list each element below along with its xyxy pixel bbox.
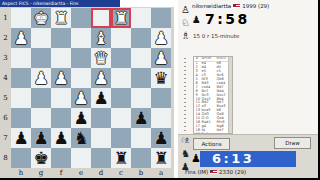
square-g6[interactable] [31,108,51,128]
square-a6[interactable] [151,108,171,128]
black-king: ♚ [33,148,48,168]
square-h5[interactable] [11,88,31,108]
square-a5[interactable] [151,88,171,108]
rank-label-7: 7 [0,128,11,148]
square-f6[interactable] [51,108,71,128]
tick-ruler [184,58,186,134]
square-f2[interactable] [51,28,71,48]
square-e4[interactable] [71,68,91,88]
move-rows: #whiteblack1e4e62d4d53e5c54c3Nc65Nf3Qb66… [194,57,232,134]
rank-label-6: 6 [0,108,11,128]
move-cell: Rc1 [202,133,217,134]
window-title: Aspect FICS - nikenwidiartta - Fins [2,1,78,6]
black-pawn: ♟ [73,108,88,128]
black-knight: ♞ [73,128,88,148]
top-player-rating: 1999 (29) [242,3,269,9]
square-c6[interactable] [111,108,131,128]
white-rook: ♜ [53,8,68,28]
white-pawn: ♟ [93,68,108,88]
file-label-h: h [11,168,31,178]
square-h2[interactable]: ♟ [11,28,31,48]
square-a7[interactable]: ♟ [151,128,171,148]
square-f1[interactable]: ♜ [51,8,71,28]
white-pawn: ♟ [53,68,68,88]
top-clock-time: 7:58 [205,11,250,27]
file-label-b: b [131,168,151,178]
square-e8[interactable] [71,148,91,168]
square-h1[interactable] [11,8,31,28]
square-g8[interactable]: ♚ [31,148,51,168]
black-queen: ♛ [153,68,168,88]
black-pawn: ♟ [53,128,68,148]
rank-label-5: 5 [0,88,11,108]
board-window: Aspect FICS - nikenwidiartta - Fins 1234… [0,0,174,178]
square-e3[interactable] [71,48,91,68]
square-d5[interactable]: ♟ [91,88,111,108]
square-b8[interactable] [131,148,151,168]
square-d7[interactable] [91,128,111,148]
white-king: ♚ [33,8,48,28]
move-row: 19Rc1 [194,133,232,134]
move-cell: 19 [196,133,202,134]
pawn-icon: ♟ [192,14,201,25]
square-e1[interactable] [71,8,91,28]
file-label-f: f [51,168,71,178]
square-e6[interactable]: ♟ [71,108,91,128]
info-panel: ♙♘♗ ♘♗♞♟ nikenwidiartta 1999 (29) ♟ 7:58… [178,0,318,178]
square-b4[interactable] [131,68,151,88]
square-b5[interactable] [131,88,151,108]
us-flag-icon [233,4,240,8]
square-h7[interactable]: ♟ [11,128,31,148]
draw-button[interactable]: Draw [274,137,311,149]
square-g4[interactable]: ♟ [31,68,51,88]
captured-piece-icon: ♘♗ [180,134,190,147]
square-g5[interactable] [31,88,51,108]
top-player-name: nikenwidiartta [192,3,231,9]
rank-label-8: 8 [0,148,11,168]
time-control-label: 15 0 r 15-minute [193,33,239,39]
file-label-c: c [111,168,131,178]
square-b3[interactable] [131,48,151,68]
white-pawn: ♟ [73,88,88,108]
square-c5[interactable] [111,88,131,108]
bottom-player-name: Fins (IM) [185,169,208,175]
captured-piece-icon: ♗ [181,29,190,42]
black-pawn: ♟ [93,88,108,108]
rank-label-3: 3 [0,48,11,68]
titlebar-spacer [120,0,174,7]
white-pawn: ♟ [153,28,168,48]
captured-pieces-top: ♙♘♗ [179,3,192,42]
black-pawn: ♟ [13,128,28,148]
square-c3[interactable] [111,48,131,68]
square-h6[interactable] [11,108,31,128]
square-e2[interactable] [71,28,91,48]
square-a8[interactable]: ♜ [151,148,171,168]
captured-piece-icon: ♙ [181,3,190,16]
square-d4[interactable]: ♟ [91,68,111,88]
square-f4[interactable]: ♟ [51,68,71,88]
square-d8[interactable] [91,148,111,168]
black-rook: ♜ [153,148,168,168]
rank-labels: 12345678 [0,8,11,168]
square-e5[interactable]: ♟ [71,88,91,108]
actions-button[interactable]: Actions [193,138,230,150]
square-b7[interactable] [131,128,151,148]
square-f7[interactable]: ♟ [51,128,71,148]
us-flag-icon [210,170,217,174]
move-list-scrollbar[interactable] [228,57,232,133]
top-player-line: nikenwidiartta 1999 (29) [192,3,269,9]
file-label-e: e [71,168,91,178]
square-g3[interactable] [31,48,51,68]
square-a4[interactable]: ♛ [151,68,171,88]
square-d1[interactable] [91,8,111,28]
square-d6[interactable] [91,108,111,128]
white-pawn: ♟ [153,48,168,68]
black-pawn: ♟ [153,128,168,148]
square-h8[interactable] [11,148,31,168]
rank-label-2: 2 [0,28,11,48]
square-f5[interactable] [51,88,71,108]
square-c8[interactable]: ♜ [111,148,131,168]
top-player-clock: ♟ 7:58 [192,11,250,27]
file-labels: hgfedcba [11,168,171,178]
move-cell [217,133,231,134]
move-list[interactable]: #whiteblack1e4e62d4d53e5c54c3Nc65Nf3Qb66… [193,56,233,134]
square-a3[interactable]: ♟ [151,48,171,68]
captured-piece-icon: ♘ [181,16,190,29]
file-label-d: d [91,168,111,178]
square-g1[interactable]: ♚ [31,8,51,28]
square-f3[interactable] [51,48,71,68]
square-c1[interactable]: ♜ [111,8,131,28]
bottom-player-clock-active: 6:13 [200,151,296,167]
captured-piece-icon: ♞ [181,147,190,160]
bottom-player-line: Fins (IM) 2330 (29) [185,169,246,175]
board: ♚♜♜♟♝♟♛♟♟♟♟♛♟♟♟♟♟♟♟♞♟♚♜♜ [11,8,171,168]
white-bishop: ♝ [93,28,108,48]
square-d2[interactable]: ♝ [91,28,111,48]
square-a2[interactable]: ♟ [151,28,171,48]
white-pawn: ♟ [13,28,28,48]
square-a1[interactable] [151,8,171,28]
bottom-player-rating: 2330 (29) [219,169,246,175]
square-c4[interactable] [111,68,131,88]
square-b1[interactable] [131,8,151,28]
square-h3[interactable] [11,48,31,68]
square-c2[interactable] [111,28,131,48]
file-label-g: g [31,168,51,178]
square-c7[interactable] [111,128,131,148]
window-titlebar[interactable]: Aspect FICS - nikenwidiartta - Fins [0,0,120,7]
square-f8[interactable] [51,148,71,168]
black-pawn: ♟ [133,108,148,128]
square-b2[interactable] [131,28,151,48]
square-g2[interactable] [31,28,51,48]
file-label-a: a [151,168,171,178]
white-queen: ♛ [93,48,108,68]
rank-label-1: 1 [0,8,11,28]
black-rook: ♜ [113,148,128,168]
white-rook: ♜ [113,8,128,28]
rank-label-4: 4 [0,68,11,88]
square-h4[interactable] [11,68,31,88]
square-g7[interactable]: ♟ [31,128,51,148]
black-pawn: ♟ [33,128,48,148]
square-b6[interactable]: ♟ [131,108,151,128]
square-d3[interactable]: ♛ [91,48,111,68]
square-e7[interactable]: ♞ [71,128,91,148]
white-pawn: ♟ [33,68,48,88]
